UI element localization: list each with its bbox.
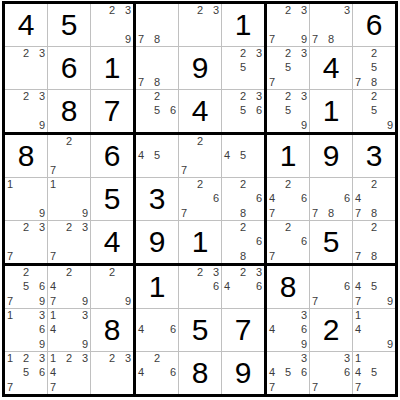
cell-r7c6[interactable]: 2346 (222, 266, 264, 308)
pencil-marks: 267 (267, 221, 309, 263)
pencil-mark-7: 7 (312, 32, 325, 45)
pencil-marks: 3469 (267, 309, 309, 351)
pencil-mark-4: 4 (50, 323, 63, 336)
pencil-mark-3: 3 (294, 5, 307, 18)
pencil-mark-2: 2 (368, 179, 381, 192)
pencil-mark-9: 9 (75, 294, 88, 307)
pencil-mark-2: 2 (368, 91, 381, 104)
cell-r5c5[interactable]: 267 (179, 178, 221, 220)
cell-r1c3[interactable]: 239 (91, 4, 133, 46)
pencil-mark-6: 6 (32, 366, 45, 379)
pencil-mark-8: 8 (368, 75, 381, 88)
pencil-marks: 268 (222, 178, 264, 220)
pencil-mark-6: 6 (249, 192, 262, 205)
pencil-marks: 27 (179, 135, 221, 177)
pencil-marks: 78 (136, 4, 178, 46)
cell-r7c9[interactable]: 4579 (353, 266, 395, 308)
pencil-mark-2: 2 (20, 267, 33, 280)
cell-r6c7[interactable]: 267 (267, 221, 309, 263)
pencil-mark-2: 2 (237, 91, 250, 104)
pencil-mark-7: 7 (312, 294, 325, 307)
pencil-mark-2: 2 (106, 353, 119, 366)
box-9: 867457934692149345673671457 (267, 266, 395, 394)
pencil-mark-7: 7 (269, 380, 282, 393)
pencil-mark-2: 2 (151, 91, 164, 104)
pencil-marks: 67 (310, 266, 352, 308)
cell-value: 6 (353, 4, 395, 46)
pencil-mark-2: 2 (282, 91, 295, 104)
pencil-mark-4: 4 (50, 366, 63, 379)
cell-r6c3[interactable]: 4 (91, 221, 133, 263)
pencil-mark-1: 1 (7, 310, 20, 323)
pencil-mark-3: 3 (32, 222, 45, 235)
cell-r9c4[interactable]: 246 (136, 352, 178, 394)
pencil-mark-9: 9 (118, 294, 131, 307)
cell-value: 1 (222, 4, 264, 46)
pencil-mark-3: 3 (294, 353, 307, 366)
pencil-mark-7: 7 (138, 75, 151, 88)
pencil-marks: 2479 (48, 266, 90, 308)
pencil-mark-3: 3 (337, 353, 350, 366)
cell-value: 2 (310, 309, 352, 351)
pencil-mark-6: 6 (32, 280, 45, 293)
pencil-mark-1: 1 (50, 179, 63, 192)
cell-r1c2[interactable]: 5 (48, 4, 90, 46)
pencil-mark-3: 3 (294, 91, 307, 104)
cell-r2c8[interactable]: 4 (310, 47, 352, 89)
cell-r5c7[interactable]: 2467 (267, 178, 309, 220)
cell-r7c4[interactable]: 1 (136, 266, 178, 308)
pencil-mark-1: 1 (7, 353, 20, 366)
cell-value: 1 (179, 221, 221, 263)
cell-r9c5[interactable]: 8 (179, 352, 221, 394)
cell-r4c6[interactable]: 45 (222, 135, 264, 177)
cell-r6c6[interactable]: 268 (222, 221, 264, 263)
cell-value: 9 (310, 135, 352, 177)
cell-value: 4 (91, 221, 133, 263)
pencil-mark-2: 2 (194, 179, 207, 192)
cell-r1c7[interactable]: 2379 (267, 4, 309, 46)
pencil-mark-3: 3 (294, 48, 307, 61)
pencil-mark-4: 4 (50, 280, 63, 293)
cell-r9c2[interactable]: 12347 (48, 352, 90, 394)
cell-r4c3[interactable]: 6 (91, 135, 133, 177)
box-7: 256792479291369134981235671234723 (5, 266, 133, 394)
cell-r8c4[interactable]: 46 (136, 309, 178, 351)
cell-r6c5[interactable]: 1 (179, 221, 221, 263)
cell-value: 4 (179, 90, 221, 132)
pencil-marks: 45 (136, 135, 178, 177)
pencil-marks: 678 (310, 178, 352, 220)
cell-r3c9[interactable]: 259 (353, 90, 395, 132)
pencil-marks: 267 (179, 178, 221, 220)
pencil-mark-6: 6 (163, 323, 176, 336)
pencil-marks: 27 (48, 135, 90, 177)
cell-value: 9 (222, 352, 264, 394)
pencil-mark-4: 4 (224, 280, 237, 293)
pencil-mark-5: 5 (368, 280, 381, 293)
cell-r1c8[interactable]: 378 (310, 4, 352, 46)
pencil-mark-6: 6 (337, 366, 350, 379)
box-2: 7823178923525642356 (136, 4, 264, 132)
pencil-marks: 1457 (353, 352, 395, 394)
pencil-mark-9: 9 (32, 294, 45, 307)
pencil-mark-9: 9 (380, 337, 393, 350)
cell-value: 4 (310, 47, 352, 89)
pencil-mark-7: 7 (355, 75, 368, 88)
pencil-mark-9: 9 (118, 32, 131, 45)
cell-value: 8 (179, 352, 221, 394)
pencil-mark-3: 3 (75, 353, 88, 366)
pencil-mark-5: 5 (20, 280, 33, 293)
cell-r9c8[interactable]: 367 (310, 352, 352, 394)
pencil-mark-2: 2 (63, 222, 76, 235)
cell-value: 8 (48, 90, 90, 132)
cell-r3c6[interactable]: 2356 (222, 90, 264, 132)
pencil-mark-6: 6 (294, 323, 307, 336)
cell-value: 3 (136, 178, 178, 220)
pencil-mark-7: 7 (138, 32, 151, 45)
pencil-mark-3: 3 (337, 5, 350, 18)
cell-r2c9[interactable]: 2578 (353, 47, 395, 89)
cell-r3c5[interactable]: 4 (179, 90, 221, 132)
cell-value: 5 (91, 178, 133, 220)
pencil-marks: 23 (179, 4, 221, 46)
pencil-mark-2: 2 (151, 353, 164, 366)
pencil-mark-2: 2 (194, 136, 207, 149)
pencil-marks: 149 (353, 309, 395, 351)
pencil-marks: 237 (5, 221, 47, 263)
pencil-marks: 25679 (5, 266, 47, 308)
cell-r6c8[interactable]: 5 (310, 221, 352, 263)
pencil-mark-3: 3 (249, 91, 262, 104)
pencil-marks: 239 (91, 4, 133, 46)
pencil-mark-4: 4 (355, 192, 368, 205)
pencil-mark-2: 2 (237, 179, 250, 192)
pencil-mark-5: 5 (237, 149, 250, 162)
cell-r7c8[interactable]: 67 (310, 266, 352, 308)
cell-r2c2[interactable]: 6 (48, 47, 90, 89)
cell-value: 1 (267, 135, 309, 177)
box-6: 193246767824782675278 (267, 135, 395, 263)
pencil-marks: 2346 (222, 266, 264, 308)
box-1: 45239236123987 (5, 4, 133, 132)
cell-r4c5[interactable]: 27 (179, 135, 221, 177)
cell-r1c6[interactable]: 1 (222, 4, 264, 46)
pencil-marks: 235 (222, 47, 264, 89)
pencil-marks: 2359 (267, 90, 309, 132)
pencil-mark-7: 7 (50, 249, 63, 262)
cell-r5c8[interactable]: 678 (310, 178, 352, 220)
pencil-mark-6: 6 (294, 192, 307, 205)
pencil-mark-1: 1 (7, 179, 20, 192)
cell-value: 1 (91, 47, 133, 89)
cell-r9c7[interactable]: 34567 (267, 352, 309, 394)
cell-r8c8[interactable]: 2 (310, 309, 352, 351)
cell-r4c9[interactable]: 3 (353, 135, 395, 177)
pencil-mark-5: 5 (237, 61, 250, 74)
cell-r1c9[interactable]: 6 (353, 4, 395, 46)
pencil-mark-7: 7 (181, 206, 194, 219)
cell-value: 8 (5, 135, 47, 177)
pencil-mark-3: 3 (32, 310, 45, 323)
pencil-marks: 2467 (267, 178, 309, 220)
pencil-mark-6: 6 (249, 280, 262, 293)
cell-r5c6[interactable]: 268 (222, 178, 264, 220)
pencil-marks: 259 (353, 90, 395, 132)
pencil-mark-2: 2 (194, 5, 207, 18)
pencil-mark-6: 6 (249, 104, 262, 117)
cell-r5c2[interactable]: 19 (48, 178, 90, 220)
pencil-marks: 23 (91, 352, 133, 394)
pencil-mark-8: 8 (151, 32, 164, 45)
pencil-mark-3: 3 (118, 5, 131, 18)
pencil-mark-5: 5 (237, 104, 250, 117)
cell-r3c3[interactable]: 7 (91, 90, 133, 132)
pencil-marks: 367 (310, 352, 352, 394)
pencil-marks: 12347 (48, 352, 90, 394)
cell-r1c4[interactable]: 78 (136, 4, 178, 46)
pencil-mark-1: 1 (355, 353, 368, 366)
pencil-mark-7: 7 (7, 249, 20, 262)
pencil-mark-5: 5 (282, 366, 295, 379)
cell-value: 5 (48, 4, 90, 46)
pencil-mark-2: 2 (282, 48, 295, 61)
pencil-marks: 4579 (353, 266, 395, 308)
pencil-mark-2: 2 (237, 222, 250, 235)
cell-r3c8[interactable]: 1 (310, 90, 352, 132)
pencil-mark-7: 7 (355, 249, 368, 262)
pencil-marks: 236 (179, 266, 221, 308)
pencil-mark-9: 9 (380, 118, 393, 131)
pencil-marks: 2478 (353, 178, 395, 220)
pencil-mark-4: 4 (355, 280, 368, 293)
cell-r6c2[interactable]: 237 (48, 221, 90, 263)
cell-value: 5 (310, 221, 352, 263)
pencil-mark-7: 7 (7, 380, 20, 393)
cell-r8c6[interactable]: 7 (222, 309, 264, 351)
pencil-mark-7: 7 (269, 32, 282, 45)
pencil-mark-5: 5 (151, 149, 164, 162)
pencil-mark-5: 5 (282, 104, 295, 117)
box-4: 8276191952372374 (5, 135, 133, 263)
pencil-mark-2: 2 (106, 267, 119, 280)
pencil-mark-9: 9 (75, 337, 88, 350)
pencil-mark-6: 6 (206, 192, 219, 205)
cell-r3c2[interactable]: 8 (48, 90, 90, 132)
pencil-mark-6: 6 (337, 280, 350, 293)
pencil-mark-8: 8 (151, 75, 164, 88)
cell-r9c1[interactable]: 123567 (5, 352, 47, 394)
pencil-mark-7: 7 (312, 380, 325, 393)
cell-r2c7[interactable]: 2357 (267, 47, 309, 89)
pencil-mark-2: 2 (63, 353, 76, 366)
cell-value: 9 (136, 221, 178, 263)
pencil-mark-2: 2 (20, 91, 33, 104)
pencil-marks: 19 (48, 178, 90, 220)
pencil-mark-9: 9 (32, 337, 45, 350)
cell-value: 5 (179, 309, 221, 351)
pencil-mark-5: 5 (282, 61, 295, 74)
cell-r8c3[interactable]: 8 (91, 309, 133, 351)
pencil-mark-4: 4 (138, 366, 151, 379)
pencil-mark-3: 3 (32, 48, 45, 61)
cell-r7c2[interactable]: 2479 (48, 266, 90, 308)
cell-r1c5[interactable]: 23 (179, 4, 221, 46)
cell-r3c7[interactable]: 2359 (267, 90, 309, 132)
pencil-mark-5: 5 (368, 61, 381, 74)
pencil-mark-2: 2 (282, 179, 295, 192)
pencil-mark-9: 9 (32, 206, 45, 219)
pencil-marks: 2578 (353, 47, 395, 89)
cell-value: 7 (222, 309, 264, 351)
cell-r6c4[interactable]: 9 (136, 221, 178, 263)
cell-value: 8 (91, 309, 133, 351)
pencil-mark-6: 6 (294, 235, 307, 248)
cell-r2c6[interactable]: 235 (222, 47, 264, 89)
cell-r6c9[interactable]: 278 (353, 221, 395, 263)
pencil-mark-2: 2 (237, 267, 250, 280)
cell-r8c2[interactable]: 1349 (48, 309, 90, 351)
pencil-mark-4: 4 (269, 192, 282, 205)
pencil-mark-3: 3 (75, 310, 88, 323)
pencil-mark-4: 4 (269, 366, 282, 379)
cell-r6c1[interactable]: 237 (5, 221, 47, 263)
pencil-mark-7: 7 (269, 75, 282, 88)
pencil-mark-2: 2 (194, 267, 207, 280)
pencil-mark-2: 2 (368, 48, 381, 61)
cell-r8c1[interactable]: 1369 (5, 309, 47, 351)
pencil-mark-7: 7 (312, 206, 325, 219)
pencil-mark-9: 9 (294, 337, 307, 350)
pencil-mark-5: 5 (20, 366, 33, 379)
cell-value: 4 (5, 4, 47, 46)
pencil-marks: 34567 (267, 352, 309, 394)
cell-r2c3[interactable]: 1 (91, 47, 133, 89)
pencil-mark-2: 2 (20, 353, 33, 366)
cell-r2c4[interactable]: 78 (136, 47, 178, 89)
cell-r4c2[interactable]: 27 (48, 135, 90, 177)
pencil-mark-8: 8 (325, 206, 338, 219)
cell-value: 1 (310, 90, 352, 132)
pencil-mark-8: 8 (368, 206, 381, 219)
pencil-mark-8: 8 (325, 32, 338, 45)
cell-r7c5[interactable]: 236 (179, 266, 221, 308)
pencil-mark-7: 7 (50, 294, 63, 307)
cell-value: 3 (353, 135, 395, 177)
pencil-mark-2: 2 (282, 222, 295, 235)
pencil-mark-2: 2 (20, 48, 33, 61)
pencil-marks: 1349 (48, 309, 90, 351)
pencil-mark-7: 7 (355, 294, 368, 307)
pencil-marks: 237 (48, 221, 90, 263)
cell-r2c5[interactable]: 9 (179, 47, 221, 89)
pencil-mark-4: 4 (138, 149, 151, 162)
sudoku-app: 4523923612398778231789235256423562379378… (0, 0, 400, 400)
pencil-marks: 78 (136, 47, 178, 89)
cell-r4c4[interactable]: 45 (136, 135, 178, 177)
pencil-marks: 46 (136, 309, 178, 351)
pencil-mark-6: 6 (163, 104, 176, 117)
pencil-mark-2: 2 (20, 222, 33, 235)
pencil-mark-1: 1 (50, 353, 63, 366)
pencil-marks: 1369 (5, 309, 47, 351)
pencil-mark-7: 7 (50, 163, 63, 176)
cell-r7c7[interactable]: 8 (267, 266, 309, 308)
pencil-mark-6: 6 (249, 235, 262, 248)
cell-value: 6 (91, 135, 133, 177)
pencil-mark-6: 6 (163, 366, 176, 379)
pencil-mark-3: 3 (206, 267, 219, 280)
pencil-mark-4: 4 (269, 323, 282, 336)
pencil-mark-7: 7 (50, 380, 63, 393)
cell-r8c9[interactable]: 149 (353, 309, 395, 351)
pencil-mark-7: 7 (355, 380, 368, 393)
pencil-mark-3: 3 (118, 353, 131, 366)
pencil-marks: 278 (353, 221, 395, 263)
pencil-mark-4: 4 (224, 149, 237, 162)
cell-r5c4[interactable]: 3 (136, 178, 178, 220)
cell-r5c1[interactable]: 19 (5, 178, 47, 220)
pencil-mark-8: 8 (237, 249, 250, 262)
pencil-mark-3: 3 (249, 267, 262, 280)
pencil-marks: 268 (222, 221, 264, 263)
pencil-mark-5: 5 (368, 104, 381, 117)
pencil-mark-2: 2 (106, 5, 119, 18)
pencil-mark-6: 6 (32, 323, 45, 336)
cell-value: 9 (179, 47, 221, 89)
pencil-mark-3: 3 (32, 91, 45, 104)
cell-value: 1 (136, 266, 178, 308)
pencil-mark-3: 3 (206, 5, 219, 18)
cell-r5c9[interactable]: 2478 (353, 178, 395, 220)
cell-r7c1[interactable]: 25679 (5, 266, 47, 308)
cell-r4c7[interactable]: 1 (267, 135, 309, 177)
pencil-marks: 2357 (267, 47, 309, 89)
pencil-mark-7: 7 (181, 163, 194, 176)
cell-r8c5[interactable]: 5 (179, 309, 221, 351)
pencil-mark-4: 4 (355, 323, 368, 336)
cell-r4c8[interactable]: 9 (310, 135, 352, 177)
pencil-marks: 2379 (267, 4, 309, 46)
cell-r4c1[interactable]: 8 (5, 135, 47, 177)
pencil-mark-9: 9 (380, 294, 393, 307)
pencil-mark-2: 2 (368, 222, 381, 235)
cell-r9c3[interactable]: 23 (91, 352, 133, 394)
pencil-mark-3: 3 (249, 48, 262, 61)
cell-value: 8 (267, 266, 309, 308)
cell-r8c7[interactable]: 3469 (267, 309, 309, 351)
pencil-mark-7: 7 (269, 249, 282, 262)
cell-r3c1[interactable]: 239 (5, 90, 47, 132)
pencil-mark-8: 8 (237, 206, 250, 219)
pencil-mark-9: 9 (294, 32, 307, 45)
cell-r2c1[interactable]: 23 (5, 47, 47, 89)
box-8: 12362346465724689 (136, 266, 264, 394)
pencil-mark-7: 7 (269, 206, 282, 219)
cell-r5c3[interactable]: 5 (91, 178, 133, 220)
cell-r3c4[interactable]: 256 (136, 90, 178, 132)
pencil-marks: 256 (136, 90, 178, 132)
pencil-mark-4: 4 (355, 366, 368, 379)
pencil-mark-3: 3 (32, 353, 45, 366)
cell-r7c3[interactable]: 29 (91, 266, 133, 308)
pencil-mark-9: 9 (294, 118, 307, 131)
cell-r1c1[interactable]: 4 (5, 4, 47, 46)
cell-r9c9[interactable]: 1457 (353, 352, 395, 394)
cell-r9c6[interactable]: 9 (222, 352, 264, 394)
pencil-mark-5: 5 (151, 104, 164, 117)
